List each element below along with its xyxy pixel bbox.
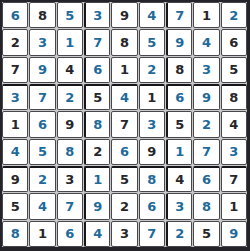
sudoku-cell-r4c3[interactable]: 2 <box>57 84 83 110</box>
sudoku-cell-r1c7[interactable]: 7 <box>166 2 192 28</box>
sudoku-cell-r2c3[interactable]: 1 <box>57 29 83 55</box>
sudoku-cell-r9c3[interactable]: 6 <box>57 221 83 247</box>
sudoku-cell-r3c6[interactable]: 2 <box>139 57 165 83</box>
sudoku-cell-r9c9[interactable]: 9 <box>221 221 247 247</box>
sudoku-cell-r7c8[interactable]: 6 <box>193 166 219 192</box>
sudoku-cell-r3c5[interactable]: 1 <box>111 57 137 83</box>
sudoku-cell-r7c9[interactable]: 7 <box>221 166 247 192</box>
sudoku-cell-r4c4[interactable]: 5 <box>84 84 110 110</box>
sudoku-cell-r3c3[interactable]: 4 <box>57 57 83 83</box>
sudoku-cell-r9c1[interactable]: 8 <box>2 221 28 247</box>
sudoku-cell-r6c7[interactable]: 1 <box>166 139 192 165</box>
sudoku-cell-r4c9[interactable]: 8 <box>221 84 247 110</box>
sudoku-cell-r3c2[interactable]: 9 <box>29 57 55 83</box>
sudoku-cell-r5c9[interactable]: 4 <box>221 111 247 137</box>
sudoku-cell-r8c1[interactable]: 5 <box>2 193 28 219</box>
sudoku-cell-r5c6[interactable]: 3 <box>139 111 165 137</box>
sudoku-cell-r6c1[interactable]: 4 <box>2 139 28 165</box>
sudoku-cell-r5c1[interactable]: 1 <box>2 111 28 137</box>
sudoku-cell-r1c8[interactable]: 1 <box>193 2 219 28</box>
sudoku-cell-r1c3[interactable]: 5 <box>57 2 83 28</box>
sudoku-cell-r8c3[interactable]: 7 <box>57 193 83 219</box>
sudoku-cell-r5c5[interactable]: 7 <box>111 111 137 137</box>
sudoku-cell-r5c7[interactable]: 5 <box>166 111 192 137</box>
sudoku-cell-r6c8[interactable]: 7 <box>193 139 219 165</box>
sudoku-cell-r1c9[interactable]: 2 <box>221 2 247 28</box>
sudoku-cell-r3c1[interactable]: 7 <box>2 57 28 83</box>
sudoku-cell-r6c4[interactable]: 2 <box>84 139 110 165</box>
sudoku-cell-r9c6[interactable]: 7 <box>139 221 165 247</box>
sudoku-cell-r3c9[interactable]: 5 <box>221 57 247 83</box>
sudoku-cell-r2c2[interactable]: 3 <box>29 29 55 55</box>
sudoku-cell-r4c1[interactable]: 3 <box>2 84 28 110</box>
sudoku-cell-r2c1[interactable]: 2 <box>2 29 28 55</box>
sudoku-cell-r5c3[interactable]: 9 <box>57 111 83 137</box>
sudoku-cell-r9c4[interactable]: 4 <box>84 221 110 247</box>
sudoku-cell-r5c4[interactable]: 8 <box>84 111 110 137</box>
sudoku-cell-r1c4[interactable]: 3 <box>84 2 110 28</box>
sudoku-cell-r7c3[interactable]: 3 <box>57 166 83 192</box>
sudoku-cell-r3c7[interactable]: 8 <box>166 57 192 83</box>
sudoku-cell-r8c7[interactable]: 3 <box>166 193 192 219</box>
sudoku-cell-r1c1[interactable]: 6 <box>2 2 28 28</box>
sudoku-cell-r9c5[interactable]: 3 <box>111 221 137 247</box>
sudoku-cell-r5c2[interactable]: 6 <box>29 111 55 137</box>
sudoku-cell-r5c8[interactable]: 2 <box>193 111 219 137</box>
sudoku-cell-r4c5[interactable]: 4 <box>111 84 137 110</box>
sudoku-cell-r1c6[interactable]: 4 <box>139 2 165 28</box>
sudoku-cell-r7c7[interactable]: 4 <box>166 166 192 192</box>
sudoku-cell-r1c5[interactable]: 9 <box>111 2 137 28</box>
sudoku-board: 6853947122317859467946128353725416981698… <box>0 0 250 251</box>
sudoku-cell-r2c8[interactable]: 4 <box>193 29 219 55</box>
sudoku-cell-r2c9[interactable]: 6 <box>221 29 247 55</box>
sudoku-cell-r2c4[interactable]: 7 <box>84 29 110 55</box>
sudoku-cell-r7c1[interactable]: 9 <box>2 166 28 192</box>
sudoku-cell-r8c6[interactable]: 6 <box>139 193 165 219</box>
sudoku-cell-r3c8[interactable]: 3 <box>193 57 219 83</box>
sudoku-cell-r6c2[interactable]: 5 <box>29 139 55 165</box>
sudoku-cell-r8c4[interactable]: 9 <box>84 193 110 219</box>
sudoku-cell-r4c6[interactable]: 1 <box>139 84 165 110</box>
sudoku-cell-r7c2[interactable]: 2 <box>29 166 55 192</box>
sudoku-cell-r6c5[interactable]: 6 <box>111 139 137 165</box>
sudoku-cell-r9c7[interactable]: 2 <box>166 221 192 247</box>
sudoku-cell-r8c2[interactable]: 4 <box>29 193 55 219</box>
sudoku-cell-r4c2[interactable]: 7 <box>29 84 55 110</box>
sudoku-cell-r8c5[interactable]: 2 <box>111 193 137 219</box>
sudoku-cell-r4c7[interactable]: 6 <box>166 84 192 110</box>
sudoku-cell-r7c6[interactable]: 8 <box>139 166 165 192</box>
sudoku-cell-r2c6[interactable]: 5 <box>139 29 165 55</box>
sudoku-cell-r6c6[interactable]: 9 <box>139 139 165 165</box>
sudoku-cell-r4c8[interactable]: 9 <box>193 84 219 110</box>
sudoku-cell-r1c2[interactable]: 8 <box>29 2 55 28</box>
sudoku-cell-r2c7[interactable]: 9 <box>166 29 192 55</box>
sudoku-cell-r3c4[interactable]: 6 <box>84 57 110 83</box>
sudoku-cell-r8c9[interactable]: 1 <box>221 193 247 219</box>
sudoku-cell-r9c2[interactable]: 1 <box>29 221 55 247</box>
sudoku-cell-r6c9[interactable]: 3 <box>221 139 247 165</box>
sudoku-cell-r7c5[interactable]: 5 <box>111 166 137 192</box>
sudoku-cell-r9c8[interactable]: 5 <box>193 221 219 247</box>
sudoku-cell-r8c8[interactable]: 8 <box>193 193 219 219</box>
sudoku-cell-r2c5[interactable]: 8 <box>111 29 137 55</box>
sudoku-cell-r7c4[interactable]: 1 <box>84 166 110 192</box>
sudoku-cell-r6c3[interactable]: 8 <box>57 139 83 165</box>
